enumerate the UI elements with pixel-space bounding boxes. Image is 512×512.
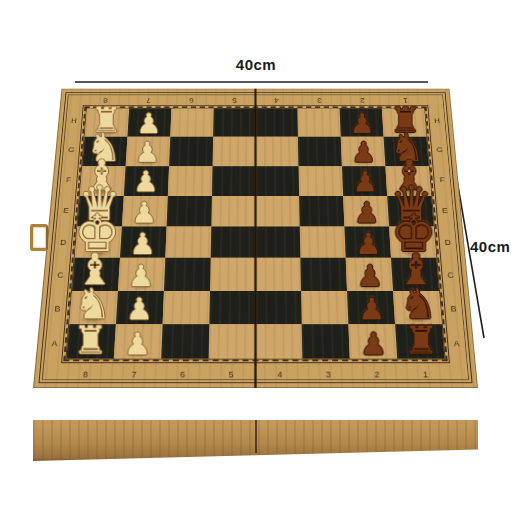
left-letter-F: F [66,176,72,183]
piece-black-pawn: ♟ [354,199,380,226]
piece-shadow [84,249,111,257]
square-r4c7: ♚ [389,226,436,258]
square-r4c6: ♟ [345,226,392,258]
square-r7c3 [208,324,255,359]
piece-black-pawn: ♟ [355,230,381,258]
square-r5c7: ♝ [391,258,439,291]
piece-shadow [131,218,157,225]
square-r3c7: ♛ [387,196,433,227]
square-r1c0: ♞ [82,137,127,166]
right-letter-G: G [436,146,443,153]
square-r5c6: ♟ [346,258,393,291]
square-r7c0: ♜ [66,324,115,359]
square-r5c0: ♝ [72,258,120,291]
left-letter-C: C [57,271,64,279]
piece-shadow [356,282,383,290]
square-r1c1: ♟ [126,137,171,166]
square-r5c3 [210,258,256,291]
square-r6c2 [162,290,209,323]
top-number-6: 6 [189,96,194,103]
piece-shadow [126,315,154,323]
piece-shadow [404,315,432,323]
piece-shadow [354,218,380,225]
piece-shadow [127,282,154,290]
fold-seam-front [255,420,257,453]
square-r1c2 [169,137,213,166]
piece-black-pawn: ♟ [350,111,375,137]
square-r3c6: ♟ [343,196,389,227]
square-r4c1: ♟ [120,226,167,258]
square-r6c7: ♞ [393,290,442,323]
square-r6c4 [256,290,303,323]
piece-shadow [133,188,159,195]
right-letter-B: B [450,305,457,313]
square-r0c3 [213,109,256,137]
square-r2c3 [212,166,256,196]
piece-shadow [352,188,378,195]
piece-shadow [400,249,427,257]
piece-shadow [94,129,119,136]
square-r4c2 [165,226,211,258]
box-front-face [33,420,478,461]
left-letter-D: D [60,239,67,247]
square-r0c5 [298,109,341,137]
square-r6c3 [209,290,256,323]
top-number-3: 3 [317,96,322,103]
square-r7c5 [302,324,350,359]
piece-black-pawn: ♟ [353,169,379,196]
piece-white-rook: ♜ [73,322,108,359]
square-r3c5 [299,196,344,227]
square-r2c7: ♝ [385,166,431,196]
square-r3c0: ♛ [77,196,123,227]
square-r2c5 [299,166,344,196]
bottom-number-2: 2 [374,370,379,379]
top-number-7: 7 [146,96,151,103]
piece-white-rook: ♜ [90,104,121,137]
piece-shadow [407,349,435,357]
top-number-8: 8 [103,96,108,103]
square-r3c2 [166,196,211,227]
piece-shadow [76,349,104,357]
square-r7c1: ♟ [114,324,163,359]
left-letter-A: A [51,339,58,347]
square-r2c0: ♝ [80,166,126,196]
square-r0c0: ♜ [85,109,129,137]
piece-shadow [91,158,117,165]
piece-shadow [358,315,386,323]
piece-shadow [351,158,377,165]
piece-shadow [129,249,156,257]
board-top-face: 87654321 87654321 HGFEDCBA HGFEDCBA ♜♟♟♜… [33,89,478,388]
square-r4c3 [210,226,255,258]
piece-shadow [124,349,152,357]
piece-black-rook: ♜ [404,322,439,359]
left-letter-G: G [68,146,75,153]
piece-shadow [87,218,114,225]
piece-shadow [396,188,422,195]
bottom-number-1: 1 [423,370,429,379]
square-r1c3 [212,137,255,166]
square-r7c7: ♜ [395,324,444,359]
top-number-4: 4 [275,96,279,103]
square-r2c1: ♟ [124,166,169,196]
piece-shadow [392,129,417,136]
square-r4c0: ♚ [75,226,122,258]
piece-shadow [349,129,374,136]
bottom-number-4: 4 [277,370,282,379]
chess-board-product: 87654321 87654321 HGFEDCBA HGFEDCBA ♜♟♟♜… [33,32,478,388]
square-r0c6: ♟ [340,109,384,137]
square-r6c6: ♟ [347,290,395,323]
left-letter-E: E [63,207,69,214]
bottom-number-5: 5 [229,370,234,379]
square-r7c6: ♟ [349,324,398,359]
square-r1c6: ♟ [341,137,386,166]
square-r5c2 [164,258,211,291]
square-r0c1: ♟ [127,109,171,137]
piece-white-pawn: ♟ [131,199,157,226]
square-r7c2 [161,324,209,359]
square-r5c1: ♟ [118,258,165,291]
piece-black-rook: ♜ [389,104,420,137]
square-r3c4 [256,196,301,227]
piece-white-pawn: ♟ [135,139,160,166]
piece-shadow [79,315,107,323]
square-r1c7: ♞ [384,137,429,166]
square-r3c1: ♟ [122,196,168,227]
piece-white-pawn: ♟ [127,262,154,290]
piece-white-pawn: ♟ [129,230,155,258]
piece-white-pawn: ♟ [126,295,153,324]
square-r0c7: ♜ [382,109,426,137]
piece-white-pawn: ♟ [133,169,159,196]
piece-shadow [355,249,382,257]
right-letter-E: E [442,207,448,214]
piece-shadow [136,129,161,136]
square-r5c5 [301,258,348,291]
square-r4c5 [300,226,346,258]
right-letter-F: F [439,176,445,183]
piece-white-pawn: ♟ [136,111,161,137]
square-r0c4 [256,109,299,137]
square-r4c4 [256,226,301,258]
square-r6c5 [301,290,348,323]
square-r2c2 [168,166,213,196]
square-r2c4 [256,166,300,196]
left-letter-B: B [54,305,61,313]
top-number-5: 5 [232,96,236,103]
square-r1c5 [298,137,342,166]
piece-shadow [82,282,109,290]
bottom-number-8: 8 [83,370,89,379]
square-r0c2 [170,109,213,137]
piece-black-pawn: ♟ [351,139,376,166]
piece-shadow [398,218,425,225]
piece-shadow [135,158,161,165]
piece-shadow [89,188,115,195]
top-number-1: 1 [403,96,408,103]
bottom-number-3: 3 [326,370,331,379]
right-letter-D: D [444,239,451,247]
piece-shadow [394,158,420,165]
square-r6c0: ♞ [69,290,118,323]
piece-black-pawn: ♟ [357,262,384,290]
right-letter-H: H [434,117,440,124]
square-r5c4 [256,258,302,291]
top-number-2: 2 [360,96,365,103]
piece-black-pawn: ♟ [360,329,387,358]
left-letter-H: H [71,117,77,124]
piece-shadow [402,282,429,290]
piece-white-pawn: ♟ [124,329,151,358]
bottom-number-6: 6 [180,370,185,379]
bottom-number-7: 7 [131,370,136,379]
square-r6c1: ♟ [116,290,164,323]
right-letter-C: C [447,271,454,279]
square-r3c3 [211,196,256,227]
brass-clasp [30,224,48,251]
piece-black-pawn: ♟ [358,295,385,324]
square-r2c6: ♟ [342,166,387,196]
square-r7c4 [256,324,303,359]
right-letter-A: A [453,339,460,347]
square-r1c4 [256,137,299,166]
piece-shadow [359,349,387,357]
